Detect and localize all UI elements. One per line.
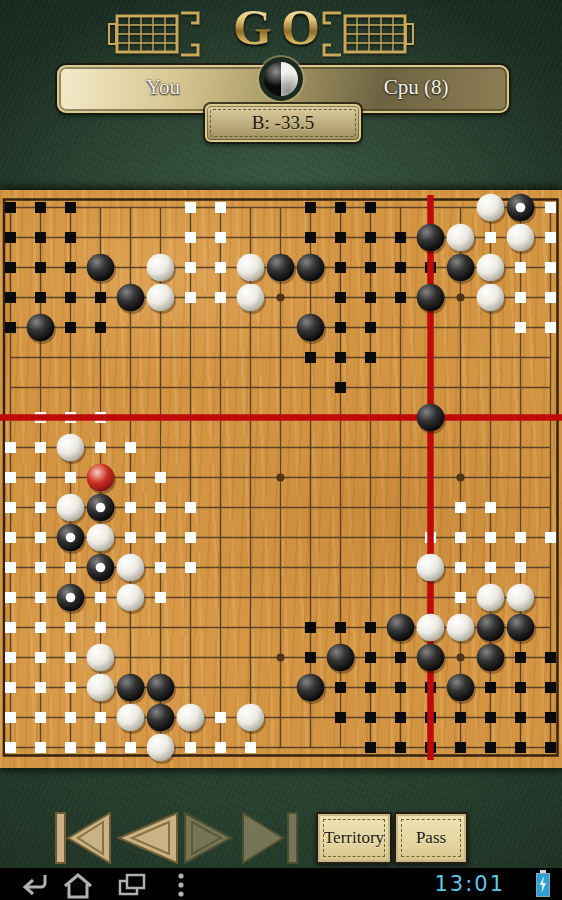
territory-marker-white [5,472,16,483]
territory-marker-white [485,502,496,513]
territory-marker-black [5,262,16,273]
territory-marker-black [395,292,406,303]
territory-marker-black [395,742,406,753]
score-estimate: B: -33.5 [252,112,314,134]
territory-marker-black [515,682,526,693]
territory-marker-black [485,682,496,693]
territory-marker-white [65,472,76,483]
step-back-button[interactable] [114,812,179,864]
territory-marker-white [5,652,16,663]
territory-button-label: Territory [324,828,384,848]
territory-marker-white [215,232,226,243]
stone-white [477,254,505,282]
step-forward-button[interactable] [184,812,236,864]
territory-marker-black [455,742,466,753]
stone-white [507,224,535,252]
stone-black [387,614,415,642]
territory-marker-black [305,202,316,213]
territory-marker-black [335,292,346,303]
territory-marker-black [365,622,376,633]
territory-marker-white [5,532,16,543]
stone-black [417,404,445,432]
territory-marker-white [515,532,526,543]
territory-marker-black [515,652,526,663]
territory-marker-white [455,532,466,543]
territory-marker-black [5,322,16,333]
territory-marker-white [125,472,136,483]
territory-marker-black [35,232,46,243]
territory-marker-black [545,682,556,693]
pass-button-label: Pass [416,828,446,848]
stone-black [477,614,505,642]
territory-marker-black [365,352,376,363]
territory-marker-black [365,202,376,213]
territory-marker-white [515,322,526,333]
dead-stone-dot [96,563,106,573]
territory-marker-white [215,262,226,273]
star-point [277,654,285,662]
territory-marker-black [335,232,346,243]
territory-marker-black [335,202,346,213]
battery-icon [535,870,551,898]
territory-marker-black [335,382,346,393]
territory-marker-black [35,292,46,303]
territory-marker-black [395,682,406,693]
jump-to-start-button[interactable] [55,812,112,864]
stone-white [87,674,115,702]
stone-black [27,314,55,342]
back-icon[interactable] [14,871,50,899]
territory-marker-white [35,592,46,603]
star-point [277,294,285,302]
territory-marker-white [95,622,106,633]
stone-white [117,704,145,732]
stone-black [267,254,295,282]
territory-marker-black [335,712,346,723]
overflow-menu-icon[interactable] [176,871,186,900]
stone-black [477,644,505,672]
territory-marker-white [35,682,46,693]
stone-black [447,674,475,702]
territory-marker-white [155,502,166,513]
territory-marker-white [485,232,496,243]
territory-marker-white [125,742,136,753]
territory-marker-black [545,712,556,723]
stone-black [297,314,325,342]
player-right-label: Cpu (8) [341,75,491,100]
dead-stone-dot [66,533,76,543]
territory-marker-white [65,712,76,723]
dead-stone-dot [66,593,76,603]
stone-black [507,614,535,642]
stone-white [237,254,265,282]
territory-marker-black [335,262,346,273]
territory-marker-white [215,712,226,723]
stone-white [147,734,175,762]
stone-white [507,584,535,612]
territory-marker-black [485,742,496,753]
territory-marker-white [155,472,166,483]
stone-black [297,254,325,282]
territory-marker-black [65,202,76,213]
territory-marker-white [95,442,106,453]
territory-marker-white [185,262,196,273]
star-point [277,474,285,482]
territory-marker-black [395,652,406,663]
scoreboard: You Cpu (8) B: -33.5 [57,63,505,141]
territory-marker-white [35,562,46,573]
stone-black [117,674,145,702]
stone-white [87,524,115,552]
territory-marker-black [5,292,16,303]
territory-marker-black [5,232,16,243]
territory-marker-white [185,202,196,213]
territory-marker-white [5,742,16,753]
stone-white [477,284,505,312]
territory-marker-black [395,232,406,243]
territory-marker-black [65,292,76,303]
stone-black [147,674,175,702]
territory-marker-white [485,562,496,573]
stone-white [237,284,265,312]
territory-marker-black [305,652,316,663]
territory-marker-white [185,502,196,513]
territory-marker-white [35,472,46,483]
territory-marker-white [455,592,466,603]
territory-marker-black [455,712,466,723]
territory-marker-white [215,292,226,303]
stone-white [147,284,175,312]
territory-marker-black [365,262,376,273]
half-stone-icon [264,62,298,96]
territory-marker-white [215,202,226,213]
territory-marker-black [395,712,406,723]
territory-marker-black [335,622,346,633]
territory-marker-black [305,352,316,363]
territory-marker-white [545,202,556,213]
territory-marker-black [515,742,526,753]
player-left-label: You [93,75,233,100]
home-icon[interactable] [62,871,94,899]
territory-marker-white [185,292,196,303]
territory-marker-white [95,712,106,723]
stone-white [177,704,205,732]
stone-black [117,284,145,312]
stone-black [327,644,355,672]
territory-marker-white [65,682,76,693]
territory-marker-white [35,622,46,633]
territory-marker-white [35,532,46,543]
dead-stone-dot [516,203,526,213]
territory-marker-white [95,592,106,603]
stone-white [417,614,445,642]
territory-marker-black [35,262,46,273]
stone-white [57,494,85,522]
territory-marker-black [365,322,376,333]
territory-marker-white [35,742,46,753]
territory-marker-black [365,292,376,303]
star-point [457,654,465,662]
turn-medallion [259,57,303,101]
stone-white [477,584,505,612]
territory-marker-black [365,682,376,693]
territory-marker-white [5,562,16,573]
territory-marker-white [215,742,226,753]
territory-marker-black [365,652,376,663]
territory-marker-black [485,712,496,723]
territory-marker-white [35,652,46,663]
territory-marker-white [545,292,556,303]
territory-marker-white [155,532,166,543]
territory-marker-white [5,712,16,723]
territory-marker-black [305,232,316,243]
territory-marker-white [35,502,46,513]
territory-button[interactable]: Territory [316,812,392,864]
territory-marker-black [335,322,346,333]
territory-marker-white [545,532,556,543]
territory-marker-white [545,262,556,273]
stone-black [417,224,445,252]
territory-marker-white [515,562,526,573]
pass-button[interactable]: Pass [394,812,468,864]
territory-marker-white [65,562,76,573]
territory-marker-white [5,502,16,513]
territory-marker-white [5,622,16,633]
territory-marker-white [455,562,466,573]
territory-marker-white [185,232,196,243]
stone-black [417,644,445,672]
territory-marker-black [95,322,106,333]
territory-marker-black [65,262,76,273]
stone-white [57,434,85,462]
territory-marker-black [65,232,76,243]
territory-marker-black [335,352,346,363]
stone-black [87,254,115,282]
territory-marker-white [515,292,526,303]
stone-black [447,254,475,282]
android-status-bar: 13:01 [0,868,562,900]
territory-marker-white [245,742,256,753]
territory-marker-black [365,232,376,243]
stone-black [417,284,445,312]
territory-marker-black [395,262,406,273]
territory-marker-white [185,532,196,543]
territory-marker-white [5,682,16,693]
territory-marker-white [185,562,196,573]
territory-marker-white [515,262,526,273]
territory-marker-black [365,712,376,723]
go-board[interactable] [0,190,562,768]
app-title: GO [0,0,562,56]
territory-marker-black [545,742,556,753]
score-plate: B: -33.5 [205,104,361,142]
stone-white [447,224,475,252]
recents-icon[interactable] [116,871,148,899]
stone-black [147,704,175,732]
stone-white [87,644,115,672]
territory-marker-black [335,682,346,693]
territory-marker-black [5,202,16,213]
stone-white [417,554,445,582]
stone-black [297,674,325,702]
territory-marker-white [185,742,196,753]
stone-white [237,704,265,732]
territory-marker-black [65,322,76,333]
territory-marker-white [35,712,46,723]
territory-marker-white [155,562,166,573]
stone-white [117,584,145,612]
territory-marker-black [365,742,376,753]
star-point [457,474,465,482]
territory-marker-white [125,442,136,453]
territory-marker-white [35,442,46,453]
stone-red-highlight [87,464,115,492]
territory-marker-white [5,442,16,453]
territory-marker-white [155,592,166,603]
jump-to-end-button[interactable] [242,812,299,864]
clock: 13:01 [434,872,505,896]
territory-marker-black [305,622,316,633]
stone-white [447,614,475,642]
territory-marker-white [95,742,106,753]
territory-marker-white [65,742,76,753]
territory-marker-white [65,622,76,633]
territory-marker-black [95,292,106,303]
territory-marker-white [5,592,16,603]
territory-marker-black [515,712,526,723]
territory-marker-black [545,652,556,663]
territory-marker-white [545,322,556,333]
star-point [457,294,465,302]
territory-marker-white [125,532,136,543]
dead-stone-dot [96,503,106,513]
territory-marker-black [35,202,46,213]
territory-marker-white [545,232,556,243]
territory-marker-white [485,532,496,543]
territory-marker-white [125,502,136,513]
territory-marker-white [65,652,76,663]
territory-marker-white [455,502,466,513]
stone-white [147,254,175,282]
stone-white [477,194,505,222]
stone-white [117,554,145,582]
